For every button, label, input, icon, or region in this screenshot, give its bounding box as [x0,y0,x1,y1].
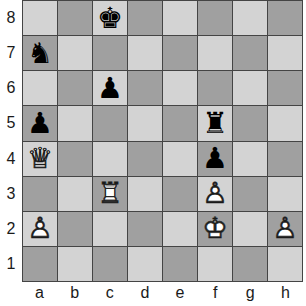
square-e4[interactable] [163,142,197,176]
white-pawn-f3: ♟♙ [198,177,232,211]
rank-label-4: 4 [0,141,22,176]
white-pawn-h2: ♟♙ [268,212,302,246]
white-rook-c3: ♜♖ [93,177,127,211]
chess-board: ♚♞♟♟♜♛♕♟♜♖♟♙♟♙♚♔♟♙ [22,0,303,282]
file-label-a: a [22,282,57,305]
square-e6[interactable] [163,71,197,105]
rank-label-6: 6 [0,71,22,106]
rank-label-8: 8 [0,0,22,35]
square-a8[interactable] [23,1,57,35]
square-a7[interactable]: ♞ [23,36,57,70]
square-h1[interactable] [268,247,302,281]
file-label-b: b [57,282,92,305]
square-c1[interactable] [93,247,127,281]
square-a2[interactable]: ♟♙ [23,212,57,246]
square-d4[interactable] [128,142,162,176]
file-label-c: c [92,282,127,305]
square-b6[interactable] [58,71,92,105]
square-h8[interactable] [268,1,302,35]
rank-label-2: 2 [0,212,22,247]
square-f3[interactable]: ♟♙ [198,177,232,211]
rank-label-3: 3 [0,176,22,211]
square-c8[interactable]: ♚ [93,1,127,35]
square-a6[interactable] [23,71,57,105]
square-a3[interactable] [23,177,57,211]
black-pawn-c6: ♟ [93,71,127,105]
square-c5[interactable] [93,106,127,140]
white-pawn-a2: ♟♙ [23,212,57,246]
square-e7[interactable] [163,36,197,70]
white-queen-a4: ♛♕ [23,142,57,176]
square-c4[interactable] [93,142,127,176]
square-d5[interactable] [128,106,162,140]
square-b3[interactable] [58,177,92,211]
square-h2[interactable]: ♟♙ [268,212,302,246]
square-h7[interactable] [268,36,302,70]
square-d7[interactable] [128,36,162,70]
square-d3[interactable] [128,177,162,211]
chess-diagram: 87654321 ♚♞♟♟♜♛♕♟♜♖♟♙♟♙♚♔♟♙ abcdefgh [0,0,306,306]
file-label-f: f [198,282,233,305]
square-a1[interactable] [23,247,57,281]
square-b5[interactable] [58,106,92,140]
square-b2[interactable] [58,212,92,246]
square-d6[interactable] [128,71,162,105]
rank-label-1: 1 [0,247,22,282]
square-b7[interactable] [58,36,92,70]
rank-label-5: 5 [0,106,22,141]
square-g1[interactable] [233,247,267,281]
square-b8[interactable] [58,1,92,35]
square-c6[interactable]: ♟ [93,71,127,105]
square-e5[interactable] [163,106,197,140]
square-f2[interactable]: ♚♔ [198,212,232,246]
rank-label-7: 7 [0,35,22,70]
black-pawn-a5: ♟ [23,106,57,140]
square-h6[interactable] [268,71,302,105]
square-a4[interactable]: ♛♕ [23,142,57,176]
black-knight-a7: ♞ [23,36,57,70]
square-e3[interactable] [163,177,197,211]
file-label-g: g [233,282,268,305]
square-g3[interactable] [233,177,267,211]
black-pawn-f4: ♟ [198,142,232,176]
file-label-d: d [127,282,162,305]
file-label-h: h [268,282,303,305]
square-f5[interactable]: ♜ [198,106,232,140]
square-c2[interactable] [93,212,127,246]
square-d1[interactable] [128,247,162,281]
white-king-f2: ♚♔ [198,212,232,246]
square-f6[interactable] [198,71,232,105]
square-f1[interactable] [198,247,232,281]
square-g5[interactable] [233,106,267,140]
black-rook-f5: ♜ [198,106,232,140]
square-g2[interactable] [233,212,267,246]
square-f7[interactable] [198,36,232,70]
square-e1[interactable] [163,247,197,281]
square-h3[interactable] [268,177,302,211]
file-label-e: e [163,282,198,305]
square-g8[interactable] [233,1,267,35]
square-b4[interactable] [58,142,92,176]
file-labels: abcdefgh [22,282,303,305]
square-e2[interactable] [163,212,197,246]
square-g7[interactable] [233,36,267,70]
square-h4[interactable] [268,142,302,176]
square-g4[interactable] [233,142,267,176]
square-b1[interactable] [58,247,92,281]
square-h5[interactable] [268,106,302,140]
square-e8[interactable] [163,1,197,35]
square-d2[interactable] [128,212,162,246]
square-c7[interactable] [93,36,127,70]
rank-labels: 87654321 [0,0,22,282]
square-f8[interactable] [198,1,232,35]
square-c3[interactable]: ♜♖ [93,177,127,211]
square-a5[interactable]: ♟ [23,106,57,140]
square-g6[interactable] [233,71,267,105]
square-f4[interactable]: ♟ [198,142,232,176]
black-king-c8: ♚ [93,1,127,35]
square-d8[interactable] [128,1,162,35]
